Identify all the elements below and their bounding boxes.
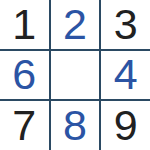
cell-r3c3[interactable]: 9 xyxy=(101,101,150,150)
cell-r3c2[interactable]: 8 xyxy=(51,101,100,150)
cell-r1c1[interactable]: 1 xyxy=(0,0,49,49)
sudoku-board: 1 2 3 6 4 7 8 9 xyxy=(0,0,150,150)
cell-r2c1[interactable]: 6 xyxy=(0,51,49,100)
cell-r2c2[interactable] xyxy=(51,51,100,100)
cell-r3c1[interactable]: 7 xyxy=(0,101,49,150)
cell-r2c3[interactable]: 4 xyxy=(101,51,150,100)
cell-r1c3[interactable]: 3 xyxy=(101,0,150,49)
cell-r1c2[interactable]: 2 xyxy=(51,0,100,49)
